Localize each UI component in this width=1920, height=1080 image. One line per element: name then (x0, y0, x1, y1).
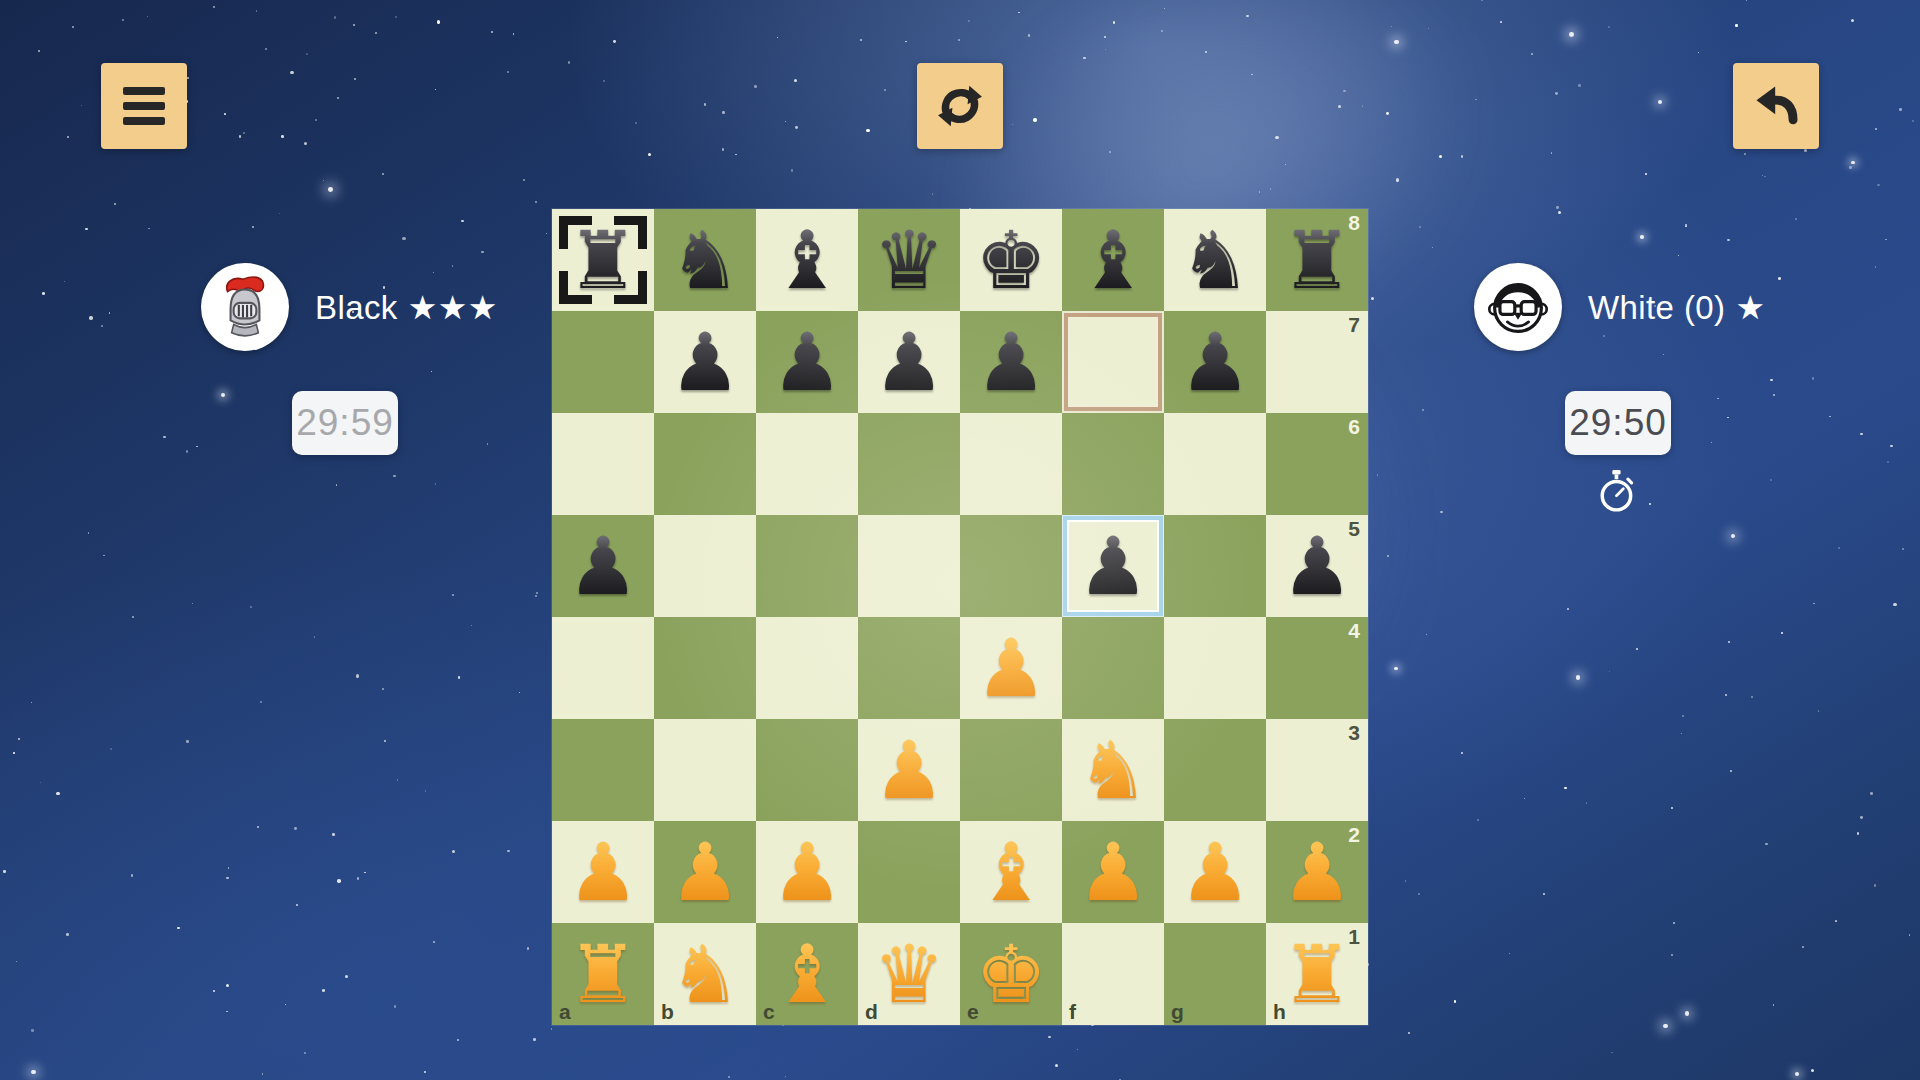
piece-black-pawn[interactable]: ♟ (960, 311, 1062, 413)
boy-with-glasses-icon (1484, 273, 1552, 341)
square-c3[interactable] (756, 719, 858, 821)
piece-black-pawn[interactable]: ♟ (1062, 515, 1164, 617)
square-a4[interactable] (552, 617, 654, 719)
square-f3[interactable]: ♞ (1062, 719, 1164, 821)
square-g7[interactable]: ♟ (1164, 311, 1266, 413)
square-f6[interactable] (1062, 413, 1164, 515)
square-g8[interactable]: ♞ (1164, 209, 1266, 311)
square-e2[interactable]: ♝ (960, 821, 1062, 923)
file-label-c: c (763, 1001, 775, 1022)
square-f4[interactable] (1062, 617, 1164, 719)
square-h8[interactable]: ♜8 (1266, 209, 1368, 311)
square-f8[interactable]: ♝ (1062, 209, 1164, 311)
stopwatch-icon (1594, 468, 1638, 516)
file-label-d: d (865, 1001, 878, 1022)
square-e8[interactable]: ♚ (960, 209, 1062, 311)
square-a2[interactable]: ♟ (552, 821, 654, 923)
square-a6[interactable] (552, 413, 654, 515)
square-f5[interactable]: ♟ (1062, 515, 1164, 617)
square-g6[interactable] (1164, 413, 1266, 515)
white-player-clock: 29:50 (1565, 391, 1671, 455)
white-player-stars: ★ (1735, 289, 1765, 326)
rank-label-2: 2 (1348, 824, 1360, 845)
square-g5[interactable] (1164, 515, 1266, 617)
square-h5[interactable]: ♟5 (1266, 515, 1368, 617)
square-b7[interactable]: ♟ (654, 311, 756, 413)
piece-white-pawn[interactable]: ♟ (552, 821, 654, 923)
square-d4[interactable] (858, 617, 960, 719)
square-c8[interactable]: ♝ (756, 209, 858, 311)
square-e5[interactable] (960, 515, 1062, 617)
black-player-panel: Black★★★ (201, 263, 498, 351)
piece-white-pawn[interactable]: ♟ (756, 821, 858, 923)
refresh-flip-icon (933, 79, 987, 133)
flip-board-button[interactable] (917, 63, 1003, 149)
menu-button[interactable] (101, 63, 187, 149)
piece-black-queen[interactable]: ♛ (858, 209, 960, 311)
square-d2[interactable] (858, 821, 960, 923)
square-c2[interactable]: ♟ (756, 821, 858, 923)
white-player-panel: White (0)★ (1474, 263, 1765, 351)
square-e7[interactable]: ♟ (960, 311, 1062, 413)
file-label-h: h (1273, 1001, 1286, 1022)
piece-black-knight[interactable]: ♞ (1164, 209, 1266, 311)
file-label-f: f (1069, 1001, 1076, 1022)
white-player-name: White (0)★ (1588, 288, 1765, 327)
square-f1[interactable]: f (1062, 923, 1164, 1025)
square-g2[interactable]: ♟ (1164, 821, 1266, 923)
square-b4[interactable] (654, 617, 756, 719)
active-turn-indicator (1594, 468, 1638, 516)
square-g4[interactable] (1164, 617, 1266, 719)
square-c5[interactable] (756, 515, 858, 617)
piece-black-pawn[interactable]: ♟ (1164, 311, 1266, 413)
square-b1[interactable]: ♞b (654, 923, 756, 1025)
square-c1[interactable]: ♝c (756, 923, 858, 1025)
square-h2[interactable]: ♟2 (1266, 821, 1368, 923)
square-a5[interactable]: ♟ (552, 515, 654, 617)
piece-white-pawn[interactable]: ♟ (1062, 821, 1164, 923)
square-d8[interactable]: ♛ (858, 209, 960, 311)
square-d5[interactable] (858, 515, 960, 617)
square-d1[interactable]: ♛d (858, 923, 960, 1025)
knight-helmet-icon (212, 274, 278, 340)
black-player-label: Black (315, 289, 398, 326)
file-label-a: a (559, 1001, 571, 1022)
rank-label-3: 3 (1348, 722, 1360, 743)
square-h6[interactable]: 6 (1266, 413, 1368, 515)
black-player-clock: 29:59 (292, 391, 398, 455)
square-b2[interactable]: ♟ (654, 821, 756, 923)
square-b5[interactable] (654, 515, 756, 617)
square-g3[interactable] (1164, 719, 1266, 821)
rank-label-7: 7 (1348, 314, 1360, 335)
square-f7[interactable] (1062, 311, 1164, 413)
rank-label-8: 8 (1348, 212, 1360, 233)
rank-label-5: 5 (1348, 518, 1360, 539)
square-a7[interactable] (552, 311, 654, 413)
black-player-name: Black★★★ (315, 288, 498, 327)
square-b6[interactable] (654, 413, 756, 515)
piece-white-pawn[interactable]: ♟ (960, 617, 1062, 719)
square-a1[interactable]: ♜a (552, 923, 654, 1025)
app-background: Black★★★ 29:59 White (0)★ (0, 0, 1920, 1080)
square-e6[interactable] (960, 413, 1062, 515)
rank-label-1: 1 (1348, 926, 1360, 947)
piece-black-knight[interactable]: ♞ (654, 209, 756, 311)
rank-label-6: 6 (1348, 416, 1360, 437)
piece-white-pawn[interactable]: ♟ (654, 821, 756, 923)
piece-white-pawn[interactable]: ♟ (858, 719, 960, 821)
piece-black-pawn[interactable]: ♟ (654, 311, 756, 413)
square-d6[interactable] (858, 413, 960, 515)
rank-label-4: 4 (1348, 620, 1360, 641)
black-clock-time: 29:59 (296, 402, 394, 444)
file-label-e: e (967, 1001, 979, 1022)
white-player-avatar[interactable] (1474, 263, 1562, 351)
square-b8[interactable]: ♞ (654, 209, 756, 311)
piece-black-pawn[interactable]: ♟ (858, 311, 960, 413)
square-e1[interactable]: ♚e (960, 923, 1062, 1025)
square-b3[interactable] (654, 719, 756, 821)
black-player-stars: ★★★ (408, 289, 498, 326)
piece-white-bishop[interactable]: ♝ (960, 821, 1062, 923)
white-clock-time: 29:50 (1569, 402, 1667, 444)
square-a8[interactable]: ♜ (552, 209, 654, 311)
square-e4[interactable]: ♟ (960, 617, 1062, 719)
piece-white-knight[interactable]: ♞ (1062, 719, 1164, 821)
piece-black-bishop[interactable]: ♝ (756, 209, 858, 311)
undo-arrow-icon (1750, 80, 1802, 132)
square-a3[interactable] (552, 719, 654, 821)
square-d3[interactable]: ♟ (858, 719, 960, 821)
piece-black-pawn[interactable]: ♟ (552, 515, 654, 617)
undo-button[interactable] (1733, 63, 1819, 149)
black-player-avatar[interactable] (201, 263, 289, 351)
piece-black-rook[interactable]: ♜ (552, 209, 654, 311)
piece-black-bishop[interactable]: ♝ (1062, 209, 1164, 311)
square-c7[interactable]: ♟ (756, 311, 858, 413)
square-h4[interactable]: 4 (1266, 617, 1368, 719)
piece-black-pawn[interactable]: ♟ (756, 311, 858, 413)
square-h7[interactable]: 7 (1266, 311, 1368, 413)
square-h1[interactable]: ♜1h (1266, 923, 1368, 1025)
square-h3[interactable]: 3 (1266, 719, 1368, 821)
square-d7[interactable]: ♟ (858, 311, 960, 413)
file-label-b: b (661, 1001, 674, 1022)
piece-black-king[interactable]: ♚ (960, 209, 1062, 311)
square-e3[interactable] (960, 719, 1062, 821)
square-c4[interactable] (756, 617, 858, 719)
square-g1[interactable]: g (1164, 923, 1266, 1025)
square-c6[interactable] (756, 413, 858, 515)
file-label-g: g (1171, 1001, 1184, 1022)
piece-white-pawn[interactable]: ♟ (1164, 821, 1266, 923)
white-player-label: White (0) (1588, 289, 1725, 326)
square-f2[interactable]: ♟ (1062, 821, 1164, 923)
hamburger-menu-icon (123, 87, 165, 125)
chess-board: ♜♞♝♛♚♝♞♜8♟♟♟♟♟76♟♟♟5♟4♟♞3♟♟♟♝♟♟♟2♜a♞b♝c♛… (552, 209, 1368, 1025)
